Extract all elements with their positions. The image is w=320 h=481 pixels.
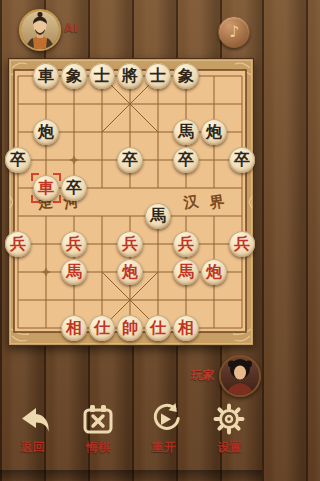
restart-button[interactable]: 重开 (131, 398, 197, 456)
piece-black-卒[interactable]: 卒 (117, 147, 143, 173)
piece-black-卒[interactable]: 卒 (173, 147, 199, 173)
piece-black-車[interactable]: 車 (33, 63, 59, 89)
back-label: 返回 (21, 439, 45, 456)
piece-black-馬[interactable]: 馬 (145, 203, 171, 229)
toolbar: 返回 悔棋 重开 设置 (0, 398, 262, 456)
undo-label: 悔棋 (86, 439, 110, 456)
piece-red-仕[interactable]: 仕 (145, 315, 171, 341)
ai-name-label: AI (64, 21, 78, 35)
piece-red-兵[interactable]: 兵 (173, 231, 199, 257)
settings-button[interactable]: 设置 (197, 398, 263, 456)
ai-avatar-portrait (21, 11, 59, 49)
piece-black-士[interactable]: 士 (145, 63, 171, 89)
piece-red-炮[interactable]: 炮 (201, 259, 227, 285)
gear-icon (211, 401, 247, 437)
wood-joint-line (0, 470, 262, 481)
piece-red-帥[interactable]: 帥 (117, 315, 143, 341)
restart-label: 重开 (152, 439, 176, 456)
music-note-icon: ♪ (229, 24, 239, 40)
back-arrow-icon (15, 401, 51, 437)
piece-red-馬[interactable]: 馬 (61, 259, 87, 285)
undo-button[interactable]: 悔棋 (66, 398, 132, 456)
restart-icon (146, 401, 182, 437)
piece-red-兵[interactable]: 兵 (117, 231, 143, 257)
piece-red-車[interactable]: 車 (33, 175, 59, 201)
piece-black-卒[interactable]: 卒 (5, 147, 31, 173)
piece-red-兵[interactable]: 兵 (5, 231, 31, 257)
piece-black-卒[interactable]: 卒 (229, 147, 255, 173)
music-button[interactable]: ♪ (218, 16, 250, 48)
piece-red-炮[interactable]: 炮 (117, 259, 143, 285)
piece-red-相[interactable]: 相 (61, 315, 87, 341)
xiangqi-board[interactable]: 楚 河 汉 界 車象士將士象炮馬炮卒卒卒卒車卒馬兵兵兵兵兵馬炮馬炮相仕帥仕相 (8, 58, 254, 346)
pieces-layer: 車象士將士象炮馬炮卒卒卒卒車卒馬兵兵兵兵兵馬炮馬炮相仕帥仕相 (8, 58, 254, 346)
piece-red-馬[interactable]: 馬 (173, 259, 199, 285)
piece-black-象[interactable]: 象 (173, 63, 199, 89)
piece-black-象[interactable]: 象 (61, 63, 87, 89)
piece-black-馬[interactable]: 馬 (173, 119, 199, 145)
piece-black-炮[interactable]: 炮 (33, 119, 59, 145)
app-root: { "game": "xiangqi", "position": { "fen"… (0, 0, 262, 481)
piece-black-士[interactable]: 士 (89, 63, 115, 89)
piece-red-相[interactable]: 相 (173, 315, 199, 341)
back-button[interactable]: 返回 (0, 398, 66, 456)
undo-board-icon (80, 401, 116, 437)
player-avatar (219, 355, 261, 397)
ai-avatar (19, 9, 61, 51)
piece-red-仕[interactable]: 仕 (89, 315, 115, 341)
piece-red-兵[interactable]: 兵 (229, 231, 255, 257)
piece-black-卒[interactable]: 卒 (61, 175, 87, 201)
player-name-label: 玩家 (191, 368, 214, 383)
piece-black-將[interactable]: 將 (117, 63, 143, 89)
piece-black-炮[interactable]: 炮 (201, 119, 227, 145)
settings-label: 设置 (217, 439, 241, 456)
piece-red-兵[interactable]: 兵 (61, 231, 87, 257)
player-avatar-portrait (221, 357, 259, 395)
